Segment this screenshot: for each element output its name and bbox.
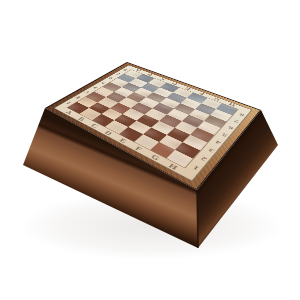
- box-corner-edge: [197, 190, 198, 248]
- chess-box-photo: ABCDEFGH ABCDEFGH 87654321 87654321: [0, 0, 300, 300]
